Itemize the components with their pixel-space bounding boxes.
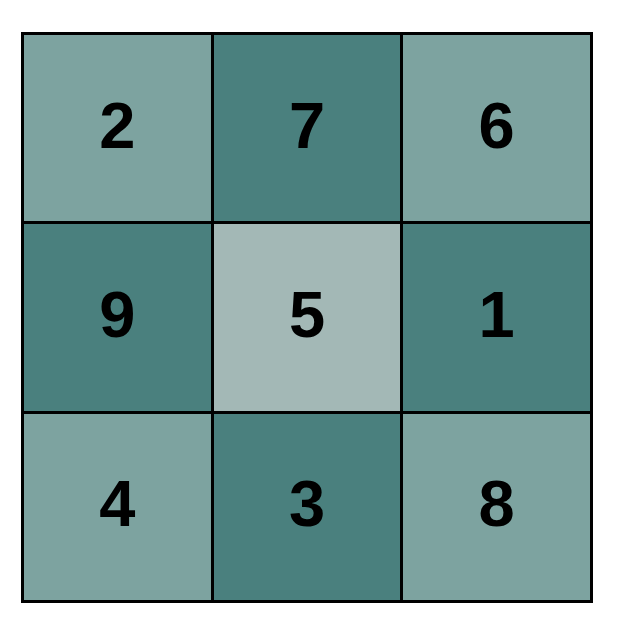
cell-r1c2: 1 [403, 224, 590, 410]
cell-digit: 7 [289, 93, 325, 158]
cell-r1c0: 9 [24, 224, 211, 410]
cell-r1c1: 5 [214, 224, 401, 410]
cell-r0c2: 6 [403, 35, 590, 221]
cell-digit: 5 [289, 282, 325, 347]
page-background: { "game": "magic-square", "position": "2… [0, 0, 624, 624]
cell-r2c0: 4 [24, 414, 211, 600]
cell-digit: 6 [479, 93, 515, 158]
cell-r0c1: 7 [214, 35, 401, 221]
cell-r2c2: 8 [403, 414, 590, 600]
cell-digit: 3 [289, 471, 325, 536]
cell-digit: 4 [99, 471, 135, 536]
cell-digit: 8 [479, 471, 515, 536]
cell-r2c1: 3 [214, 414, 401, 600]
cell-digit: 9 [99, 282, 135, 347]
magic-square-board: 2 7 6 9 5 1 4 3 8 [21, 32, 593, 603]
cell-digit: 1 [479, 282, 515, 347]
cell-digit: 2 [99, 93, 135, 158]
cell-r0c0: 2 [24, 35, 211, 221]
